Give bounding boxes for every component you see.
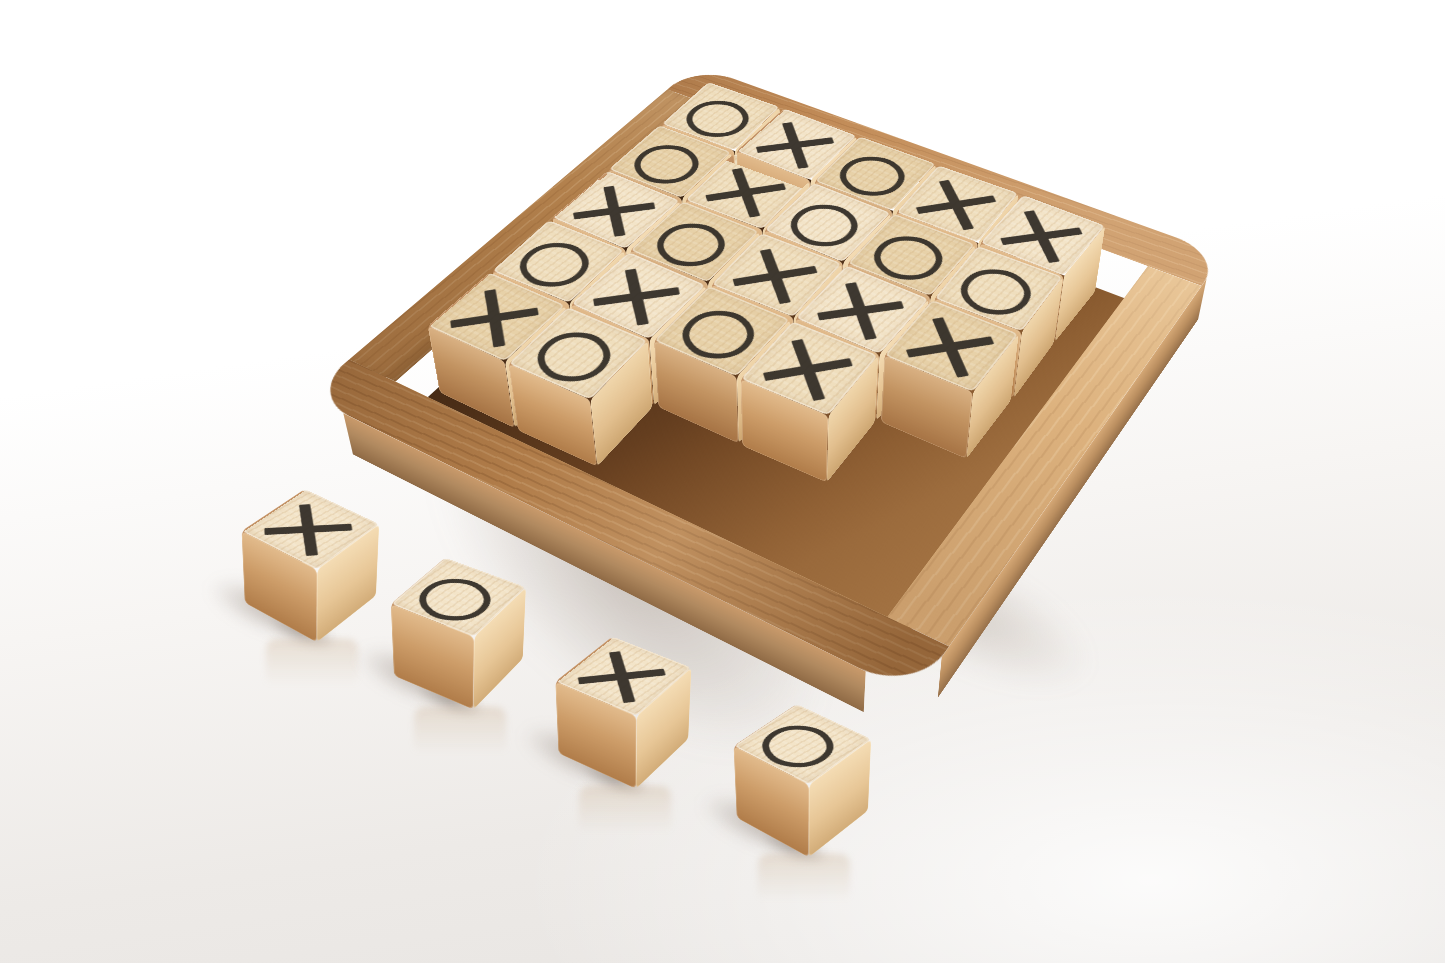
cell-r3c5: × xyxy=(878,365,1013,462)
loose-cube-reflection-4 xyxy=(758,854,850,912)
cube-x-loose-3[interactable]: × xyxy=(559,707,689,789)
cube-o-loose-4[interactable]: ○ xyxy=(737,775,868,858)
loose-cube-4-o: ○ xyxy=(737,773,868,856)
loose-cube-reflection-2 xyxy=(414,707,506,765)
loose-cube-reflection-1 xyxy=(266,639,358,697)
cube-o-loose-2[interactable]: ○ xyxy=(394,628,523,709)
scene: ○×○××○×○○○×○×××○×○××○ ×○×○ xyxy=(0,0,1445,963)
loose-cube-reflection-3 xyxy=(579,786,671,844)
loose-cube-1-x: × xyxy=(245,558,376,641)
loose-cube-2-o: ○ xyxy=(394,627,523,708)
loose-cube-3-x: × xyxy=(558,705,688,787)
cube-x-loose-1[interactable]: × xyxy=(245,560,376,643)
